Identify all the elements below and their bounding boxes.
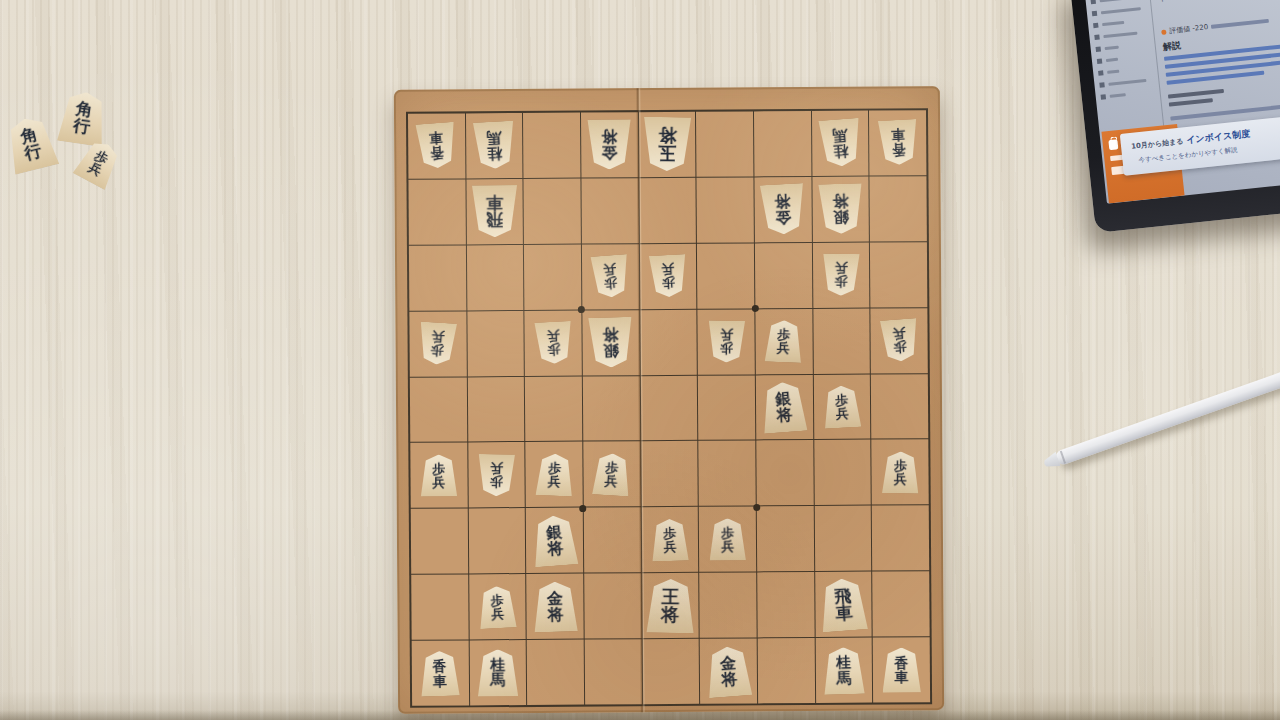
board-cell-8b[interactable]: 飛車	[466, 179, 523, 244]
board-cell-2e[interactable]: 歩兵	[813, 374, 870, 439]
piece-kanji: 車	[433, 673, 447, 688]
shogi-piece-gote-gold[interactable]: 金将	[760, 183, 807, 235]
piece-kanji: 車	[890, 128, 905, 143]
menu-bullet-icon	[1096, 47, 1101, 52]
shogi-piece-gote-lance[interactable]: 香車	[877, 119, 918, 166]
shogi-piece-sente-king[interactable]: 王将	[646, 578, 695, 633]
board-cell-8g[interactable]	[468, 508, 525, 573]
board-cell-9i[interactable]: 香車	[412, 641, 469, 706]
shogi-piece-gote-silver[interactable]: 銀将	[588, 317, 633, 368]
board-cell-6f[interactable]: 歩兵	[583, 442, 640, 507]
piece-kanji: 桂	[487, 145, 503, 161]
board-cell-2g[interactable]	[814, 506, 871, 571]
menu-text-bar	[1110, 93, 1126, 98]
menu-bullet-icon	[1099, 82, 1104, 87]
shogi-piece-gote-pawn[interactable]: 歩兵	[822, 254, 860, 297]
board-cell-7f[interactable]: 歩兵	[526, 442, 583, 507]
board-cell-3c[interactable]	[755, 243, 812, 308]
board-cell-2h[interactable]: 飛車	[815, 572, 872, 637]
piece-kanji: 兵	[605, 474, 619, 488]
menu-bullet-icon	[1101, 94, 1106, 99]
board-cell-5h[interactable]: 王将	[642, 573, 699, 638]
board-cell-2c[interactable]: 歩兵	[813, 242, 870, 307]
shogi-piece-sente-rook[interactable]: 飛車	[819, 577, 869, 632]
piece-kanji: 飛	[486, 211, 503, 228]
menu-text-bar	[1100, 0, 1146, 2]
kifu-control-1[interactable]: ◀◀	[1184, 0, 1202, 1]
piece-kanji: 歩	[431, 343, 445, 357]
piece-kanji: 将	[601, 128, 617, 144]
board-cell-9d[interactable]: 歩兵	[409, 311, 466, 376]
sidebar-menu-item[interactable]	[1097, 53, 1152, 64]
sidebar-menu-item[interactable]	[1094, 29, 1149, 40]
piece-kanji: 兵	[661, 263, 675, 277]
piece-kanji: 将	[832, 193, 848, 210]
board-cell-4a[interactable]	[696, 111, 753, 176]
board-cell-1h[interactable]	[873, 571, 930, 636]
shogi-board: 香車桂馬金将玉将桂馬香車飛車金将銀将歩兵歩兵歩兵歩兵歩兵銀将歩兵歩兵歩兵銀将歩兵…	[394, 86, 944, 714]
board-cell-6a[interactable]: 金将	[581, 112, 638, 177]
menu-text-bar	[1103, 32, 1137, 39]
board-cell-5e[interactable]	[640, 375, 697, 440]
shogi-piece-gote-pawn[interactable]: 歩兵	[534, 321, 573, 365]
menu-text-bar	[1102, 21, 1124, 26]
board-cell-1g[interactable]	[872, 506, 929, 571]
menu-bullet-icon	[1098, 70, 1103, 75]
sidebar-menu-item[interactable]	[1096, 41, 1151, 52]
shogi-piece-sente-pawn[interactable]: 歩兵	[651, 518, 689, 561]
shogi-piece-sente-knight[interactable]: 桂馬	[823, 646, 865, 694]
board-cell-5d[interactable]	[640, 309, 697, 374]
shogi-piece-gote-pawn[interactable]: 歩兵	[879, 318, 919, 363]
board-cell-5f[interactable]	[641, 441, 698, 506]
piece-kanji: 歩	[662, 276, 676, 290]
captured-piece-bishop: 角行	[8, 118, 54, 170]
piece-kanji: 桂	[833, 143, 849, 159]
board-cell-4f[interactable]	[699, 441, 756, 506]
menu-text-bar	[1101, 7, 1141, 14]
board-cell-7e[interactable]	[525, 376, 582, 441]
text-bar	[1211, 19, 1269, 29]
board-cell-7h[interactable]: 金将	[527, 574, 584, 639]
board-cell-8f[interactable]: 歩兵	[468, 442, 525, 507]
shogi-piece-gote-silver[interactable]: 銀将	[818, 183, 863, 234]
board-cell-3f[interactable]	[756, 440, 813, 505]
menu-text-bar	[1107, 70, 1119, 74]
board-cell-1b[interactable]	[870, 176, 927, 241]
board-cell-1a[interactable]: 香車	[869, 110, 926, 175]
shopify-bag-icon	[1108, 139, 1118, 150]
board-cell-6b[interactable]	[581, 178, 638, 243]
board-cell-6e[interactable]	[583, 376, 640, 441]
board-cell-4d[interactable]: 歩兵	[698, 309, 755, 374]
piece-kanji: 兵	[431, 330, 445, 344]
board-cell-5a[interactable]: 玉将	[639, 112, 696, 177]
board-cell-1d[interactable]: 歩兵	[871, 308, 928, 373]
piece-kanji: 兵	[721, 539, 734, 552]
piece-kanji: 将	[721, 671, 738, 688]
shogi-piece-gote-gold[interactable]: 金将	[587, 120, 631, 170]
shogi-piece-gote-king[interactable]: 玉将	[643, 117, 692, 172]
piece-kanji: 兵	[491, 607, 505, 621]
board-cell-9g[interactable]	[411, 509, 468, 574]
shogi-piece-gote-pawn[interactable]: 歩兵	[72, 136, 124, 190]
shogi-piece-gote-bishop[interactable]: 角行	[57, 89, 110, 147]
sidebar-menu-item[interactable]	[1092, 5, 1147, 16]
board-cell-9h[interactable]	[411, 575, 468, 640]
piece-kanji: 兵	[663, 540, 676, 554]
piece-kanji: 将	[602, 326, 618, 343]
board-cell-4g[interactable]: 歩兵	[699, 507, 756, 572]
sidebar-menu-item[interactable]	[1099, 77, 1154, 88]
shogi-piece-gote-pawn[interactable]: 歩兵	[649, 254, 688, 298]
board-cell-3g[interactable]	[757, 506, 814, 571]
board-cell-2f[interactable]	[814, 440, 871, 505]
menu-bullet-icon	[1092, 11, 1097, 16]
piece-kanji: 兵	[490, 462, 503, 475]
board-cell-2i[interactable]: 桂馬	[815, 638, 872, 703]
piece-kanji: 歩	[720, 342, 733, 355]
shogi-piece-sente-gold[interactable]: 金将	[532, 581, 577, 632]
eval-text: 評価値 -220	[1169, 22, 1209, 36]
menu-text-bar	[1106, 58, 1118, 62]
board-cell-7d[interactable]: 歩兵	[525, 310, 582, 375]
piece-kanji: 将	[658, 126, 676, 145]
piece-kanji: 将	[661, 606, 679, 625]
piece-kanji: 兵	[835, 262, 848, 275]
piece-kanji: 行	[23, 142, 44, 163]
board-cell-9f[interactable]: 歩兵	[410, 443, 467, 508]
board-cell-3i[interactable]	[758, 638, 815, 703]
shogi-piece-sente-pawn[interactable]: 歩兵	[478, 585, 517, 629]
menu-bullet-icon	[1091, 0, 1096, 4]
piece-kanji: 車	[895, 670, 909, 684]
piece-kanji: 銀	[603, 342, 619, 359]
piece-kanji: 香	[433, 659, 447, 674]
board-cell-2b[interactable]: 銀将	[812, 176, 869, 241]
board-cell-6g[interactable]	[584, 508, 641, 573]
captured-piece-pawn: 歩兵	[80, 142, 117, 184]
board-cell-8i[interactable]: 桂馬	[469, 640, 526, 705]
kifu-replay-controls: |◀◀◀◀▶▶▶▶|	[1157, 0, 1253, 4]
board-cell-4i[interactable]: 金将	[700, 639, 757, 704]
shogi-piece-sente-lance[interactable]: 香車	[882, 647, 921, 692]
shogi-piece-sente-knight[interactable]: 桂馬	[477, 649, 518, 696]
piece-kanji: 車	[835, 604, 853, 623]
shogi-piece-gote-pawn[interactable]: 歩兵	[478, 454, 516, 497]
shogi-piece-sente-pawn[interactable]: 歩兵	[420, 454, 457, 496]
menu-bullet-icon	[1097, 58, 1102, 63]
piece-kanji: 将	[547, 540, 564, 557]
piece-kanji: 兵	[547, 474, 560, 488]
board-cell-6h[interactable]	[584, 573, 641, 638]
eval-dot-icon	[1161, 29, 1166, 34]
shogi-piece-gote-pawn[interactable]: 歩兵	[418, 322, 457, 366]
piece-kanji: 歩	[834, 275, 847, 288]
tablet: |◀◀◀◀▶▶▶▶| 評価値 -220 解説 shopify 10月から始まる …	[1069, 0, 1280, 233]
board-cell-8h[interactable]: 歩兵	[469, 574, 526, 639]
piece-kanji: 香	[894, 656, 908, 670]
commentary-heading: 解説	[1162, 39, 1181, 54]
sidebar-menu-item[interactable]	[1098, 65, 1153, 76]
piece-kanji: 香	[891, 142, 906, 157]
piece-kanji: 行	[72, 117, 91, 137]
piece-kanji: 将	[547, 606, 563, 623]
piece-kanji: 歩	[490, 475, 503, 488]
board-cell-8a[interactable]: 桂馬	[466, 113, 523, 178]
shogi-piece-gote-bishop[interactable]: 角行	[2, 113, 59, 175]
piece-kanji: 歩	[547, 343, 561, 357]
shogi-piece-sente-pawn[interactable]: 歩兵	[881, 451, 919, 494]
board-cell-7g[interactable]: 銀将	[526, 508, 583, 573]
board-cell-1c[interactable]	[870, 242, 927, 307]
shogi-piece-gote-pawn[interactable]: 歩兵	[707, 320, 745, 363]
piece-kanji: 兵	[87, 160, 105, 178]
hoshi-dot	[578, 306, 585, 313]
board-cell-3e[interactable]: 銀将	[756, 375, 813, 440]
piece-kanji: 玉	[658, 144, 676, 163]
board-cell-1i[interactable]: 香車	[873, 637, 930, 702]
menu-text-bar	[1105, 46, 1119, 50]
shogi-piece-sente-pawn[interactable]: 歩兵	[709, 518, 746, 560]
piece-kanji: 歩	[604, 276, 618, 290]
board-cell-6c[interactable]: 歩兵	[582, 244, 639, 309]
board-cell-5i[interactable]	[642, 639, 699, 704]
piece-kanji: 兵	[892, 327, 906, 341]
shogi-piece-sente-gold[interactable]: 金将	[705, 645, 753, 698]
board-cell-3d[interactable]: 歩兵	[755, 309, 812, 374]
piece-kanji: 将	[774, 193, 791, 210]
shogi-piece-gote-rook[interactable]: 飛車	[471, 185, 517, 237]
piece-kanji: 兵	[893, 472, 906, 485]
board-cell-9e[interactable]	[410, 377, 467, 442]
board-cell-7c[interactable]	[524, 244, 581, 309]
board-cell-9c[interactable]	[409, 245, 466, 310]
board-cell-4e[interactable]	[698, 375, 755, 440]
board-cell-4h[interactable]	[700, 573, 757, 638]
board-cell-4b[interactable]	[697, 177, 754, 242]
piece-kanji: 金	[775, 209, 792, 226]
board-cell-8e[interactable]	[467, 377, 524, 442]
tablet-screen: |◀◀◀◀▶▶▶▶| 評価値 -220 解説 shopify 10月から始まる …	[1085, 0, 1280, 204]
kifu-control-0[interactable]: |◀◀	[1157, 0, 1176, 4]
shogi-piece-sente-pawn[interactable]: 歩兵	[592, 452, 631, 496]
menu-text-bar	[1108, 79, 1146, 86]
sidebar-menu-item[interactable]	[1093, 17, 1148, 28]
piece-kanji: 馬	[490, 673, 505, 688]
piece-kanji: 将	[776, 407, 793, 424]
board-cell-1e[interactable]	[871, 374, 928, 439]
board-cell-7b[interactable]	[524, 178, 581, 243]
board-cell-5c[interactable]: 歩兵	[640, 244, 697, 309]
piece-kanji: 馬	[836, 670, 851, 686]
shogi-piece-sente-silver[interactable]: 銀将	[761, 381, 809, 434]
shogi-piece-sente-pawn[interactable]: 歩兵	[535, 453, 574, 496]
board-cell-7a[interactable]	[523, 113, 580, 178]
piece-kanji: 兵	[432, 475, 445, 488]
shogi-piece-sente-silver[interactable]: 銀将	[531, 514, 579, 567]
board-cell-9a[interactable]: 香車	[408, 113, 465, 178]
piece-kanji: 兵	[777, 341, 790, 355]
eval-line: 評価値 -220	[1161, 16, 1270, 37]
hoshi-dot	[580, 505, 587, 512]
board-cell-3a[interactable]	[754, 111, 811, 176]
board-cell-8c[interactable]	[467, 245, 524, 310]
piece-kanji: 兵	[720, 328, 733, 341]
captured-piece-bishop: 角行	[60, 92, 106, 144]
shogi-piece-gote-knight[interactable]: 桂馬	[818, 118, 862, 168]
piece-kanji: 兵	[836, 406, 850, 420]
shogi-piece-gote-lance[interactable]: 香車	[415, 122, 457, 170]
piece-kanji: 兵	[546, 329, 560, 343]
shogi-piece-sente-lance[interactable]: 香車	[420, 650, 460, 696]
piece-kanji: 金	[602, 145, 618, 161]
piece-kanji: 馬	[486, 130, 502, 146]
board-cell-5g[interactable]: 歩兵	[641, 507, 698, 572]
board-cell-9b[interactable]	[408, 179, 465, 244]
menu-bullet-icon	[1093, 23, 1098, 28]
shogi-piece-sente-pawn[interactable]: 歩兵	[822, 385, 861, 429]
board-cell-8d[interactable]	[467, 311, 524, 376]
board-cell-3b[interactable]: 金将	[754, 177, 811, 242]
sidebar-menu-item[interactable]	[1101, 89, 1156, 100]
board-cell-6d[interactable]: 銀将	[582, 310, 639, 375]
piece-kanji: 歩	[893, 340, 907, 354]
shogi-piece-gote-pawn[interactable]: 歩兵	[590, 254, 630, 299]
piece-kanji: 銀	[833, 209, 849, 226]
shogi-piece-gote-knight[interactable]: 桂馬	[473, 121, 516, 170]
sidebar-menu-item[interactable]	[1091, 0, 1146, 4]
shogi-piece-sente-pawn[interactable]: 歩兵	[765, 320, 804, 363]
piece-kanji: 香	[430, 146, 445, 161]
piece-kanji: 兵	[603, 263, 617, 277]
board-cell-2d[interactable]	[813, 308, 870, 373]
hoshi-dot	[752, 305, 759, 312]
board-cell-7i[interactable]	[527, 640, 584, 705]
piece-kanji: 車	[486, 194, 503, 211]
hoshi-dot	[753, 503, 760, 510]
piece-kanji: 車	[428, 131, 443, 146]
board-cell-3h[interactable]	[757, 572, 814, 637]
board-cell-1f[interactable]: 歩兵	[872, 440, 929, 505]
board-cell-6i[interactable]	[585, 639, 642, 704]
board-grid: 香車桂馬金将玉将桂馬香車飛車金将銀将歩兵歩兵歩兵歩兵歩兵銀将歩兵歩兵歩兵銀将歩兵…	[406, 108, 932, 708]
board-cell-4c[interactable]	[697, 243, 754, 308]
menu-bullet-icon	[1094, 35, 1099, 40]
board-cell-5b[interactable]	[639, 178, 696, 243]
board-cell-2a[interactable]: 桂馬	[812, 111, 869, 176]
piece-kanji: 馬	[832, 127, 848, 143]
